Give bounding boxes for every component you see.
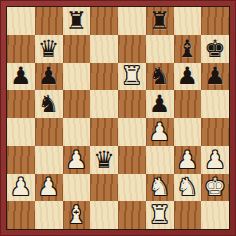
square-e8[interactable] xyxy=(118,7,146,35)
white-pawn-g3[interactable]: ♟ xyxy=(177,148,199,172)
square-a1[interactable] xyxy=(7,201,35,229)
square-a2[interactable]: ♟ xyxy=(7,174,35,202)
black-pawn-a6[interactable]: ♟ xyxy=(10,64,32,88)
square-a6[interactable]: ♟ xyxy=(7,63,35,91)
black-pawn-f5[interactable]: ♟ xyxy=(149,92,171,116)
square-a3[interactable] xyxy=(7,146,35,174)
square-g8[interactable] xyxy=(174,7,202,35)
square-g2[interactable]: ♞ xyxy=(174,174,202,202)
square-g1[interactable] xyxy=(174,201,202,229)
square-c8[interactable]: ♜ xyxy=(63,7,91,35)
square-b8[interactable] xyxy=(35,7,63,35)
square-f8[interactable]: ♜ xyxy=(146,7,174,35)
square-c5[interactable] xyxy=(63,90,91,118)
square-f6[interactable]: ♞ xyxy=(146,63,174,91)
square-a8[interactable] xyxy=(7,7,35,35)
square-b4[interactable] xyxy=(35,118,63,146)
square-h3[interactable]: ♟ xyxy=(201,146,229,174)
square-h1[interactable] xyxy=(201,201,229,229)
square-d5[interactable] xyxy=(90,90,118,118)
white-rook-e6[interactable]: ♜ xyxy=(121,64,143,88)
square-e3[interactable] xyxy=(118,146,146,174)
chess-board-frame: ♜♜♛♝♚♟♟♜♞♟♟♞♟♟♟♛♟♟♟♟♞♞♚♝♜ xyxy=(0,0,236,236)
square-e6[interactable]: ♜ xyxy=(118,63,146,91)
square-g5[interactable] xyxy=(174,90,202,118)
square-g6[interactable]: ♟ xyxy=(174,63,202,91)
square-b1[interactable] xyxy=(35,201,63,229)
white-pawn-a2[interactable]: ♟ xyxy=(10,175,32,199)
square-d2[interactable] xyxy=(90,174,118,202)
black-queen-d3[interactable]: ♛ xyxy=(93,148,115,172)
square-h2[interactable]: ♚ xyxy=(201,174,229,202)
black-rook-c8[interactable]: ♜ xyxy=(66,9,88,33)
square-h5[interactable] xyxy=(201,90,229,118)
black-pawn-b6[interactable]: ♟ xyxy=(38,64,60,88)
square-f5[interactable]: ♟ xyxy=(146,90,174,118)
square-b3[interactable] xyxy=(35,146,63,174)
square-g4[interactable] xyxy=(174,118,202,146)
square-e1[interactable] xyxy=(118,201,146,229)
square-c1[interactable]: ♝ xyxy=(63,201,91,229)
black-bishop-g7[interactable]: ♝ xyxy=(177,37,199,61)
white-bishop-c1[interactable]: ♝ xyxy=(66,203,88,227)
square-a5[interactable] xyxy=(7,90,35,118)
square-h8[interactable] xyxy=(201,7,229,35)
square-b7[interactable]: ♛ xyxy=(35,35,63,63)
square-a7[interactable] xyxy=(7,35,35,63)
square-b5[interactable]: ♞ xyxy=(35,90,63,118)
white-pawn-h3[interactable]: ♟ xyxy=(204,148,226,172)
square-f2[interactable]: ♞ xyxy=(146,174,174,202)
white-pawn-f4[interactable]: ♟ xyxy=(149,120,171,144)
white-pawn-b2[interactable]: ♟ xyxy=(38,175,60,199)
square-d4[interactable] xyxy=(90,118,118,146)
square-d8[interactable] xyxy=(90,7,118,35)
square-a4[interactable] xyxy=(7,118,35,146)
black-knight-f6[interactable]: ♞ xyxy=(149,64,171,88)
square-e4[interactable] xyxy=(118,118,146,146)
white-knight-g2[interactable]: ♞ xyxy=(177,175,199,199)
square-d1[interactable] xyxy=(90,201,118,229)
square-c2[interactable] xyxy=(63,174,91,202)
square-f3[interactable] xyxy=(146,146,174,174)
square-e2[interactable] xyxy=(118,174,146,202)
square-f4[interactable]: ♟ xyxy=(146,118,174,146)
square-e7[interactable] xyxy=(118,35,146,63)
black-pawn-h6[interactable]: ♟ xyxy=(204,64,226,88)
square-c7[interactable] xyxy=(63,35,91,63)
square-f1[interactable]: ♜ xyxy=(146,201,174,229)
black-pawn-g6[interactable]: ♟ xyxy=(177,64,199,88)
black-knight-b5[interactable]: ♞ xyxy=(38,92,60,116)
chess-board: ♜♜♛♝♚♟♟♜♞♟♟♞♟♟♟♛♟♟♟♟♞♞♚♝♜ xyxy=(7,7,229,229)
square-b6[interactable]: ♟ xyxy=(35,63,63,91)
square-d7[interactable] xyxy=(90,35,118,63)
black-rook-f8[interactable]: ♜ xyxy=(149,9,171,33)
white-king-h2[interactable]: ♚ xyxy=(204,175,226,199)
square-c6[interactable] xyxy=(63,63,91,91)
white-rook-f1[interactable]: ♜ xyxy=(149,203,171,227)
square-g3[interactable]: ♟ xyxy=(174,146,202,174)
square-e5[interactable] xyxy=(118,90,146,118)
black-queen-b7[interactable]: ♛ xyxy=(38,37,60,61)
white-knight-f2[interactable]: ♞ xyxy=(149,175,171,199)
square-d6[interactable] xyxy=(90,63,118,91)
square-g7[interactable]: ♝ xyxy=(174,35,202,63)
black-king-h7[interactable]: ♚ xyxy=(204,37,226,61)
square-c3[interactable]: ♟ xyxy=(63,146,91,174)
square-c4[interactable] xyxy=(63,118,91,146)
square-b2[interactable]: ♟ xyxy=(35,174,63,202)
white-pawn-c3[interactable]: ♟ xyxy=(66,148,88,172)
square-h4[interactable] xyxy=(201,118,229,146)
square-h7[interactable]: ♚ xyxy=(201,35,229,63)
square-h6[interactable]: ♟ xyxy=(201,63,229,91)
square-d3[interactable]: ♛ xyxy=(90,146,118,174)
square-f7[interactable] xyxy=(146,35,174,63)
